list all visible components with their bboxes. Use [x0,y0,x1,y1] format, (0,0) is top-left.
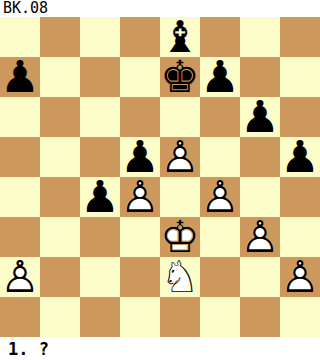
square-d1[interactable] [120,297,160,337]
square-h4[interactable] [280,177,320,217]
square-h2[interactable]: ♟♙ [280,257,320,297]
square-b4[interactable] [40,177,80,217]
square-b6[interactable] [40,97,80,137]
piece-glyph: ♟ [200,57,240,97]
square-f1[interactable] [200,297,240,337]
piece-glyph: ♙ [0,257,40,297]
chess-puzzle-app: BK.08 ♝♟♚♟♟♟♟♙♟♟♟♙♟♙♚♔♟♙♟♙♞♘♟♙ 1. ? [0,0,320,360]
square-c6[interactable] [80,97,120,137]
square-c2[interactable] [80,257,120,297]
square-d7[interactable] [120,57,160,97]
square-g3[interactable]: ♟♙ [240,217,280,257]
piece-black-pawn[interactable]: ♟ [240,97,280,137]
square-d8[interactable] [120,17,160,57]
piece-glyph: ♘ [160,257,200,297]
move-prompt-label: 1. ? [8,339,49,359]
chess-board: ♝♟♚♟♟♟♟♙♟♟♟♙♟♙♚♔♟♙♟♙♞♘♟♙ [0,17,320,337]
piece-black-pawn[interactable]: ♟ [0,57,40,97]
square-a7[interactable]: ♟ [0,57,40,97]
piece-white-pawn[interactable]: ♟♙ [0,257,40,297]
square-a6[interactable] [0,97,40,137]
piece-black-pawn[interactable]: ♟ [280,137,320,177]
square-a5[interactable] [0,137,40,177]
square-g1[interactable] [240,297,280,337]
square-c4[interactable]: ♟ [80,177,120,217]
square-g8[interactable] [240,17,280,57]
square-d3[interactable] [120,217,160,257]
piece-glyph: ♙ [200,177,240,217]
piece-black-pawn[interactable]: ♟ [200,57,240,97]
square-f2[interactable] [200,257,240,297]
square-f3[interactable] [200,217,240,257]
piece-glyph: ♙ [160,137,200,177]
square-b7[interactable] [40,57,80,97]
piece-glyph: ♙ [240,217,280,257]
piece-glyph: ♟ [240,97,280,137]
piece-black-king[interactable]: ♚ [160,57,200,97]
square-b5[interactable] [40,137,80,177]
piece-glyph: ♟ [0,57,40,97]
square-a1[interactable] [0,297,40,337]
square-g6[interactable]: ♟ [240,97,280,137]
square-b1[interactable] [40,297,80,337]
piece-white-pawn[interactable]: ♟♙ [240,217,280,257]
square-g2[interactable] [240,257,280,297]
piece-white-pawn[interactable]: ♟♙ [160,137,200,177]
square-c3[interactable] [80,217,120,257]
piece-glyph: ♚ [160,57,200,97]
piece-black-pawn[interactable]: ♟ [80,177,120,217]
piece-glyph: ♙ [120,177,160,217]
square-e1[interactable] [160,297,200,337]
piece-glyph: ♟ [280,137,320,177]
piece-glyph: ♟ [80,177,120,217]
square-g5[interactable] [240,137,280,177]
square-h1[interactable] [280,297,320,337]
piece-glyph: ♙ [280,257,320,297]
square-b8[interactable] [40,17,80,57]
square-e7[interactable]: ♚ [160,57,200,97]
piece-white-pawn[interactable]: ♟♙ [280,257,320,297]
square-e2[interactable]: ♞♘ [160,257,200,297]
square-h8[interactable] [280,17,320,57]
piece-white-pawn[interactable]: ♟♙ [120,177,160,217]
square-c8[interactable] [80,17,120,57]
square-h5[interactable]: ♟ [280,137,320,177]
square-a4[interactable] [0,177,40,217]
square-c1[interactable] [80,297,120,337]
square-a2[interactable]: ♟♙ [0,257,40,297]
square-c7[interactable] [80,57,120,97]
piece-white-pawn[interactable]: ♟♙ [200,177,240,217]
square-f7[interactable]: ♟ [200,57,240,97]
square-e5[interactable]: ♟♙ [160,137,200,177]
square-d4[interactable]: ♟♙ [120,177,160,217]
square-d2[interactable] [120,257,160,297]
piece-white-knight[interactable]: ♞♘ [160,257,200,297]
square-f4[interactable]: ♟♙ [200,177,240,217]
square-h7[interactable] [280,57,320,97]
move-prompt-bar: 1. ? [0,337,320,360]
puzzle-id-label: BK.08 [3,0,48,17]
square-f6[interactable] [200,97,240,137]
square-b3[interactable] [40,217,80,257]
square-b2[interactable] [40,257,80,297]
